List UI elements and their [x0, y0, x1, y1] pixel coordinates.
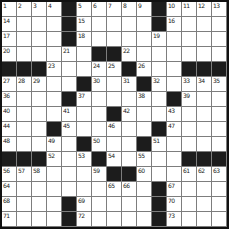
white-cell[interactable]	[152, 167, 167, 182]
clue-number: 53	[78, 152, 85, 159]
white-cell[interactable]: 21	[62, 47, 77, 62]
white-cell[interactable]	[212, 182, 227, 197]
clue-number: 14	[3, 17, 10, 24]
black-cell	[107, 107, 122, 122]
white-cell[interactable]	[182, 137, 197, 152]
white-cell[interactable]	[137, 107, 152, 122]
white-cell[interactable]	[122, 212, 137, 227]
black-cell	[152, 182, 167, 197]
clue-number: 63	[213, 167, 220, 174]
white-cell[interactable]: 8	[122, 2, 137, 17]
clue-number: 17	[3, 32, 10, 39]
white-cell[interactable]	[152, 92, 167, 107]
clue-number: 56	[3, 167, 10, 174]
black-cell	[77, 137, 92, 152]
white-cell[interactable]: 42	[122, 107, 137, 122]
white-cell[interactable]	[122, 92, 137, 107]
black-cell	[62, 17, 77, 32]
clue-number: 40	[3, 107, 10, 114]
clue-number: 27	[3, 77, 10, 84]
white-cell[interactable]	[92, 107, 107, 122]
black-cell	[2, 152, 17, 167]
clue-number: 66	[123, 182, 130, 189]
white-cell[interactable]: 18	[77, 32, 92, 47]
white-cell[interactable]	[182, 122, 197, 137]
white-cell[interactable]	[167, 167, 182, 182]
white-cell[interactable]	[47, 32, 62, 47]
white-cell[interactable]	[107, 137, 122, 152]
clue-number: 60	[138, 167, 145, 174]
clue-number: 32	[153, 77, 160, 84]
clue-number: 50	[93, 137, 100, 144]
white-cell[interactable]	[182, 197, 197, 212]
white-cell[interactable]	[92, 92, 107, 107]
clue-number: 10	[168, 2, 175, 9]
clue-number: 33	[183, 77, 190, 84]
white-cell[interactable]: 23	[47, 62, 62, 77]
black-cell	[92, 152, 107, 167]
clue-number: 39	[183, 92, 190, 99]
white-cell[interactable]	[77, 107, 92, 122]
clue-number: 25	[108, 62, 115, 69]
clue-number: 30	[93, 77, 100, 84]
clue-number: 18	[78, 32, 85, 39]
white-cell[interactable]: 14	[2, 17, 17, 32]
white-cell[interactable]	[62, 137, 77, 152]
white-cell[interactable]	[197, 32, 212, 47]
white-cell[interactable]: 63	[212, 167, 227, 182]
white-cell[interactable]: 67	[167, 182, 182, 197]
clue-number: 9	[138, 2, 141, 9]
white-cell[interactable]	[212, 107, 227, 122]
clue-number: 47	[168, 122, 175, 129]
white-cell[interactable]	[182, 182, 197, 197]
black-cell	[122, 62, 137, 77]
white-cell[interactable]	[212, 32, 227, 47]
white-cell[interactable]: 66	[122, 182, 137, 197]
clue-number: 68	[3, 197, 10, 204]
clue-number: 21	[63, 47, 70, 54]
white-cell[interactable]: 16	[167, 17, 182, 32]
white-cell[interactable]	[182, 107, 197, 122]
black-cell	[32, 62, 47, 77]
white-cell[interactable]	[62, 152, 77, 167]
black-cell	[62, 212, 77, 227]
white-cell[interactable]: 36	[2, 92, 17, 107]
white-cell[interactable]	[182, 17, 197, 32]
white-cell[interactable]	[197, 182, 212, 197]
white-cell[interactable]: 40	[2, 107, 17, 122]
white-cell[interactable]	[32, 107, 47, 122]
white-cell[interactable]	[137, 122, 152, 137]
white-cell[interactable]: 50	[92, 137, 107, 152]
white-cell[interactable]	[167, 77, 182, 92]
white-cell[interactable]: 49	[47, 137, 62, 152]
clue-number: 24	[93, 62, 100, 69]
black-cell	[152, 197, 167, 212]
white-cell[interactable]	[167, 32, 182, 47]
white-cell[interactable]	[167, 137, 182, 152]
white-cell[interactable]	[17, 17, 32, 32]
clue-number: 15	[78, 17, 85, 24]
clue-number: 54	[108, 152, 115, 159]
white-cell[interactable]: 69	[77, 197, 92, 212]
white-cell[interactable]: 2	[17, 2, 32, 17]
black-cell	[62, 2, 77, 17]
white-cell[interactable]: 59	[92, 167, 107, 182]
clue-number: 46	[108, 122, 115, 129]
white-cell[interactable]	[32, 182, 47, 197]
white-cell[interactable]	[212, 137, 227, 152]
white-cell[interactable]: 38	[137, 92, 152, 107]
white-cell[interactable]: 4	[47, 2, 62, 17]
white-cell[interactable]	[62, 62, 77, 77]
clue-number: 28	[18, 77, 25, 84]
black-cell	[62, 92, 77, 107]
black-cell	[212, 152, 227, 167]
white-cell[interactable]	[152, 152, 167, 167]
white-cell[interactable]: 17	[2, 32, 17, 47]
white-cell[interactable]: 70	[167, 197, 182, 212]
black-cell	[92, 47, 107, 62]
white-cell[interactable]: 27	[2, 77, 17, 92]
white-cell[interactable]	[17, 197, 32, 212]
white-cell[interactable]	[137, 32, 152, 47]
clue-number: 52	[48, 152, 55, 159]
white-cell[interactable]: 71	[2, 212, 17, 227]
white-cell[interactable]: 41	[62, 107, 77, 122]
white-cell[interactable]: 30	[92, 77, 107, 92]
clue-number: 12	[198, 2, 205, 9]
white-cell[interactable]	[32, 17, 47, 32]
clue-number: 5	[78, 2, 81, 9]
white-cell[interactable]: 65	[107, 182, 122, 197]
white-cell[interactable]	[197, 47, 212, 62]
clue-number: 37	[78, 92, 85, 99]
clue-number: 22	[123, 47, 130, 54]
white-cell[interactable]	[32, 137, 47, 152]
white-cell[interactable]	[197, 92, 212, 107]
white-cell[interactable]: 24	[92, 62, 107, 77]
white-cell[interactable]: 58	[32, 167, 47, 182]
white-cell[interactable]: 64	[2, 182, 17, 197]
clue-number: 61	[183, 167, 190, 174]
white-cell[interactable]: 5	[77, 2, 92, 17]
white-cell[interactable]	[152, 107, 167, 122]
white-cell[interactable]	[92, 122, 107, 137]
black-cell	[32, 152, 47, 167]
clue-number: 59	[93, 167, 100, 174]
clue-number: 62	[198, 167, 205, 174]
white-cell[interactable]: 20	[2, 47, 17, 62]
clue-number: 64	[3, 182, 10, 189]
white-cell[interactable]	[92, 17, 107, 32]
clue-number: 38	[138, 92, 145, 99]
white-cell[interactable]	[17, 92, 32, 107]
white-cell[interactable]	[17, 32, 32, 47]
white-cell[interactable]: 45	[62, 122, 77, 137]
white-cell[interactable]	[107, 32, 122, 47]
white-cell[interactable]: 48	[2, 137, 17, 152]
clue-number: 51	[153, 137, 160, 144]
white-cell[interactable]: 12	[197, 2, 212, 17]
white-cell[interactable]	[122, 137, 137, 152]
white-cell[interactable]: 33	[182, 77, 197, 92]
clue-number: 6	[93, 2, 96, 9]
black-cell	[62, 197, 77, 212]
black-cell	[167, 92, 182, 107]
black-cell	[152, 2, 167, 17]
white-cell[interactable]	[92, 212, 107, 227]
clue-number: 42	[123, 107, 130, 114]
crossword-grid: 1234567891011121314151617181920212223242…	[0, 0, 229, 229]
clue-number: 23	[48, 62, 55, 69]
white-cell[interactable]	[62, 77, 77, 92]
white-cell[interactable]	[32, 212, 47, 227]
white-cell[interactable]	[47, 212, 62, 227]
white-cell[interactable]: 3	[32, 2, 47, 17]
clue-number: 67	[168, 182, 175, 189]
white-cell[interactable]	[197, 212, 212, 227]
white-cell[interactable]	[122, 32, 137, 47]
white-cell[interactable]	[77, 47, 92, 62]
white-cell[interactable]	[62, 182, 77, 197]
black-cell	[182, 62, 197, 77]
white-cell[interactable]	[107, 197, 122, 212]
white-cell[interactable]	[137, 212, 152, 227]
white-cell[interactable]: 55	[137, 152, 152, 167]
clue-number: 73	[168, 212, 175, 219]
white-cell[interactable]: 72	[77, 212, 92, 227]
white-cell[interactable]	[182, 47, 197, 62]
white-cell[interactable]: 34	[197, 77, 212, 92]
white-cell[interactable]	[197, 17, 212, 32]
white-cell[interactable]: 52	[47, 152, 62, 167]
white-cell[interactable]	[137, 182, 152, 197]
white-cell[interactable]: 32	[152, 77, 167, 92]
white-cell[interactable]: 26	[137, 62, 152, 77]
white-cell[interactable]	[212, 212, 227, 227]
clue-number: 49	[48, 137, 55, 144]
white-cell[interactable]: 53	[77, 152, 92, 167]
white-cell[interactable]	[212, 92, 227, 107]
black-cell	[212, 62, 227, 77]
white-cell[interactable]	[47, 47, 62, 62]
white-cell[interactable]: 22	[122, 47, 137, 62]
black-cell	[152, 17, 167, 32]
black-cell	[152, 122, 167, 137]
clue-number: 43	[168, 107, 175, 114]
white-cell[interactable]	[197, 107, 212, 122]
clue-number: 7	[108, 2, 111, 9]
white-cell[interactable]: 61	[182, 167, 197, 182]
clue-number: 34	[198, 77, 205, 84]
clue-number: 1	[3, 2, 6, 9]
white-cell[interactable]	[152, 47, 167, 62]
clue-number: 71	[3, 212, 10, 219]
clue-number: 70	[168, 197, 175, 204]
white-cell[interactable]	[92, 182, 107, 197]
white-cell[interactable]	[17, 107, 32, 122]
white-cell[interactable]: 57	[17, 167, 32, 182]
white-cell[interactable]	[92, 197, 107, 212]
white-cell[interactable]	[17, 47, 32, 62]
white-cell[interactable]: 25	[107, 62, 122, 77]
clue-number: 19	[153, 32, 160, 39]
white-cell[interactable]	[62, 167, 77, 182]
white-cell[interactable]	[47, 17, 62, 32]
clue-number: 48	[3, 137, 10, 144]
white-cell[interactable]	[122, 152, 137, 167]
white-cell[interactable]: 51	[152, 137, 167, 152]
clue-number: 11	[183, 2, 190, 9]
white-cell[interactable]: 37	[77, 92, 92, 107]
white-cell[interactable]	[167, 47, 182, 62]
white-cell[interactable]: 60	[137, 167, 152, 182]
clue-number: 4	[48, 2, 51, 9]
white-cell[interactable]: 73	[167, 212, 182, 227]
white-cell[interactable]	[17, 137, 32, 152]
clue-number: 29	[33, 77, 40, 84]
white-cell[interactable]	[47, 197, 62, 212]
white-cell[interactable]	[152, 62, 167, 77]
black-cell	[47, 122, 62, 137]
white-cell[interactable]: 11	[182, 2, 197, 17]
white-cell[interactable]	[77, 62, 92, 77]
black-cell	[17, 152, 32, 167]
black-cell	[137, 77, 152, 92]
white-cell[interactable]	[107, 212, 122, 227]
white-cell[interactable]	[47, 77, 62, 92]
white-cell[interactable]	[77, 167, 92, 182]
black-cell	[152, 212, 167, 227]
white-cell[interactable]: 7	[107, 2, 122, 17]
white-cell[interactable]	[182, 32, 197, 47]
clue-number: 36	[3, 92, 10, 99]
clue-number: 26	[138, 62, 145, 69]
black-cell	[107, 47, 122, 62]
black-cell	[62, 32, 77, 47]
white-cell[interactable]: 54	[107, 152, 122, 167]
white-cell[interactable]	[107, 77, 122, 92]
white-cell[interactable]	[122, 17, 137, 32]
white-cell[interactable]	[77, 122, 92, 137]
white-cell[interactable]: 15	[77, 17, 92, 32]
white-cell[interactable]: 44	[2, 122, 17, 137]
white-cell[interactable]	[32, 122, 47, 137]
white-cell[interactable]	[107, 17, 122, 32]
white-cell[interactable]	[47, 107, 62, 122]
white-cell[interactable]: 46	[107, 122, 122, 137]
white-cell[interactable]: 39	[182, 92, 197, 107]
white-cell[interactable]	[182, 212, 197, 227]
black-cell	[197, 62, 212, 77]
white-cell[interactable]: 56	[2, 167, 17, 182]
white-cell[interactable]: 35	[212, 77, 227, 92]
black-cell	[17, 62, 32, 77]
clue-number: 65	[108, 182, 115, 189]
white-cell[interactable]	[137, 47, 152, 62]
white-cell[interactable]	[77, 182, 92, 197]
clue-number: 13	[213, 2, 220, 9]
white-cell[interactable]	[167, 62, 182, 77]
white-cell[interactable]: 13	[212, 2, 227, 17]
white-cell[interactable]: 29	[32, 77, 47, 92]
white-cell[interactable]	[212, 122, 227, 137]
clue-number: 45	[63, 122, 70, 129]
clue-number: 3	[33, 2, 36, 9]
black-cell	[122, 167, 137, 182]
clue-number: 44	[3, 122, 10, 129]
clue-number: 2	[18, 2, 21, 9]
black-cell	[2, 62, 17, 77]
black-cell	[77, 77, 92, 92]
white-cell[interactable]: 43	[167, 107, 182, 122]
white-cell[interactable]: 31	[122, 77, 137, 92]
clue-number: 57	[18, 167, 25, 174]
white-cell[interactable]	[32, 197, 47, 212]
white-cell[interactable]: 9	[137, 2, 152, 17]
clue-number: 8	[123, 2, 126, 9]
clue-number: 58	[33, 167, 40, 174]
white-cell[interactable]	[17, 122, 32, 137]
white-cell[interactable]	[92, 32, 107, 47]
white-cell[interactable]	[137, 17, 152, 32]
white-cell[interactable]	[32, 47, 47, 62]
clue-number: 69	[78, 197, 85, 204]
black-cell	[107, 167, 122, 182]
white-cell[interactable]	[212, 47, 227, 62]
white-cell[interactable]	[17, 212, 32, 227]
clue-number: 55	[138, 152, 145, 159]
white-cell[interactable]	[32, 32, 47, 47]
white-cell[interactable]	[212, 197, 227, 212]
white-cell[interactable]	[32, 92, 47, 107]
white-cell[interactable]	[47, 92, 62, 107]
clue-number: 35	[213, 77, 220, 84]
black-cell	[137, 137, 152, 152]
black-cell	[182, 152, 197, 167]
white-cell[interactable]	[47, 167, 62, 182]
white-cell[interactable]: 1	[2, 2, 17, 17]
clue-number: 31	[123, 77, 130, 84]
white-cell[interactable]: 19	[152, 32, 167, 47]
clue-number: 41	[63, 107, 70, 114]
white-cell[interactable]: 10	[167, 2, 182, 17]
white-cell[interactable]	[197, 137, 212, 152]
white-cell[interactable]	[137, 197, 152, 212]
white-cell[interactable]	[197, 197, 212, 212]
white-cell[interactable]	[167, 152, 182, 167]
white-cell[interactable]: 68	[2, 197, 17, 212]
black-cell	[197, 152, 212, 167]
white-cell[interactable]	[47, 182, 62, 197]
white-cell[interactable]	[107, 92, 122, 107]
white-cell[interactable]: 28	[17, 77, 32, 92]
white-cell[interactable]	[17, 182, 32, 197]
white-cell[interactable]: 62	[197, 167, 212, 182]
clue-number: 16	[168, 17, 175, 24]
clue-number: 72	[78, 212, 85, 219]
white-cell[interactable]: 6	[92, 2, 107, 17]
white-cell[interactable]	[122, 122, 137, 137]
white-cell[interactable]	[197, 122, 212, 137]
clue-number: 20	[3, 47, 10, 54]
white-cell[interactable]	[122, 197, 137, 212]
white-cell[interactable]: 47	[167, 122, 182, 137]
white-cell[interactable]	[212, 17, 227, 32]
